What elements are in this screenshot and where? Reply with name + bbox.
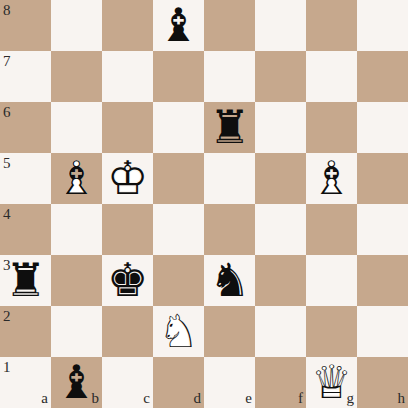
square-g8[interactable] bbox=[306, 0, 357, 51]
white-bishop-outline: ♗ bbox=[51, 153, 102, 204]
square-g1[interactable]: ♛♕ bbox=[306, 357, 357, 408]
square-b4[interactable] bbox=[51, 204, 102, 255]
square-b1[interactable]: ♝ bbox=[51, 357, 102, 408]
white-knight-outline: ♘ bbox=[153, 306, 204, 357]
piece-white-bishop[interactable]: ♝♗ bbox=[306, 153, 357, 204]
square-d5[interactable] bbox=[153, 153, 204, 204]
file-label-c: c bbox=[138, 391, 150, 406]
square-c6[interactable] bbox=[102, 102, 153, 153]
square-h5[interactable] bbox=[357, 153, 408, 204]
rank-label-8: 8 bbox=[3, 3, 11, 18]
square-h7[interactable] bbox=[357, 51, 408, 102]
square-g6[interactable] bbox=[306, 102, 357, 153]
square-b5[interactable]: ♝♗ bbox=[51, 153, 102, 204]
white-queen-outline: ♕ bbox=[306, 357, 357, 408]
square-f3[interactable] bbox=[255, 255, 306, 306]
square-e7[interactable] bbox=[204, 51, 255, 102]
square-c4[interactable] bbox=[102, 204, 153, 255]
black-bishop-glyph: ♝ bbox=[51, 357, 102, 408]
chess-board[interactable]: ♝♜♝♗♚♔♝♗♜♚♞♞♘♝♛♕ bbox=[0, 0, 408, 408]
chess-board-container: ♝♜♝♗♚♔♝♗♜♚♞♞♘♝♛♕ 87654321abcdefgh bbox=[0, 0, 408, 408]
file-label-h: h bbox=[393, 391, 405, 406]
square-f7[interactable] bbox=[255, 51, 306, 102]
black-king-glyph: ♚ bbox=[102, 255, 153, 306]
square-f6[interactable] bbox=[255, 102, 306, 153]
rank-label-2: 2 bbox=[3, 309, 11, 324]
piece-black-knight[interactable]: ♞ bbox=[204, 255, 255, 306]
square-h3[interactable] bbox=[357, 255, 408, 306]
white-king-outline: ♔ bbox=[102, 153, 153, 204]
piece-white-bishop[interactable]: ♝♗ bbox=[51, 153, 102, 204]
square-e2[interactable] bbox=[204, 306, 255, 357]
square-d7[interactable] bbox=[153, 51, 204, 102]
square-d8[interactable]: ♝ bbox=[153, 0, 204, 51]
piece-black-rook[interactable]: ♜ bbox=[0, 255, 51, 306]
square-h2[interactable] bbox=[357, 306, 408, 357]
square-c5[interactable]: ♚♔ bbox=[102, 153, 153, 204]
black-rook-glyph: ♜ bbox=[0, 255, 51, 306]
black-rook-glyph: ♜ bbox=[204, 102, 255, 153]
piece-white-king[interactable]: ♚♔ bbox=[102, 153, 153, 204]
black-bishop-glyph: ♝ bbox=[153, 0, 204, 51]
square-e4[interactable] bbox=[204, 204, 255, 255]
square-c7[interactable] bbox=[102, 51, 153, 102]
rank-label-4: 4 bbox=[3, 207, 11, 222]
square-b6[interactable] bbox=[51, 102, 102, 153]
square-b7[interactable] bbox=[51, 51, 102, 102]
square-h8[interactable] bbox=[357, 0, 408, 51]
square-f2[interactable] bbox=[255, 306, 306, 357]
square-b3[interactable] bbox=[51, 255, 102, 306]
square-c2[interactable] bbox=[102, 306, 153, 357]
square-e6[interactable]: ♜ bbox=[204, 102, 255, 153]
square-h4[interactable] bbox=[357, 204, 408, 255]
piece-black-king[interactable]: ♚ bbox=[102, 255, 153, 306]
square-b8[interactable] bbox=[51, 0, 102, 51]
square-g3[interactable] bbox=[306, 255, 357, 306]
square-e8[interactable] bbox=[204, 0, 255, 51]
square-b2[interactable] bbox=[51, 306, 102, 357]
piece-black-rook[interactable]: ♜ bbox=[204, 102, 255, 153]
square-f4[interactable] bbox=[255, 204, 306, 255]
rank-label-1: 1 bbox=[3, 360, 11, 375]
file-label-e: e bbox=[240, 391, 252, 406]
piece-black-bishop[interactable]: ♝ bbox=[153, 0, 204, 51]
piece-white-queen[interactable]: ♛♕ bbox=[306, 357, 357, 408]
square-d2[interactable]: ♞♘ bbox=[153, 306, 204, 357]
rank-label-6: 6 bbox=[3, 105, 11, 120]
square-a3[interactable]: ♜ bbox=[0, 255, 51, 306]
rank-label-7: 7 bbox=[3, 54, 11, 69]
piece-black-bishop[interactable]: ♝ bbox=[51, 357, 102, 408]
square-g5[interactable]: ♝♗ bbox=[306, 153, 357, 204]
file-label-a: a bbox=[36, 391, 48, 406]
rank-label-5: 5 bbox=[3, 156, 11, 171]
square-d4[interactable] bbox=[153, 204, 204, 255]
square-g7[interactable] bbox=[306, 51, 357, 102]
file-label-f: f bbox=[291, 391, 303, 406]
piece-white-knight[interactable]: ♞♘ bbox=[153, 306, 204, 357]
file-label-d: d bbox=[189, 391, 201, 406]
square-g2[interactable] bbox=[306, 306, 357, 357]
square-e5[interactable] bbox=[204, 153, 255, 204]
square-f8[interactable] bbox=[255, 0, 306, 51]
square-g4[interactable] bbox=[306, 204, 357, 255]
square-d3[interactable] bbox=[153, 255, 204, 306]
square-f5[interactable] bbox=[255, 153, 306, 204]
square-h6[interactable] bbox=[357, 102, 408, 153]
white-bishop-outline: ♗ bbox=[306, 153, 357, 204]
black-knight-glyph: ♞ bbox=[204, 255, 255, 306]
square-d6[interactable] bbox=[153, 102, 204, 153]
square-c3[interactable]: ♚ bbox=[102, 255, 153, 306]
square-e3[interactable]: ♞ bbox=[204, 255, 255, 306]
square-c8[interactable] bbox=[102, 0, 153, 51]
